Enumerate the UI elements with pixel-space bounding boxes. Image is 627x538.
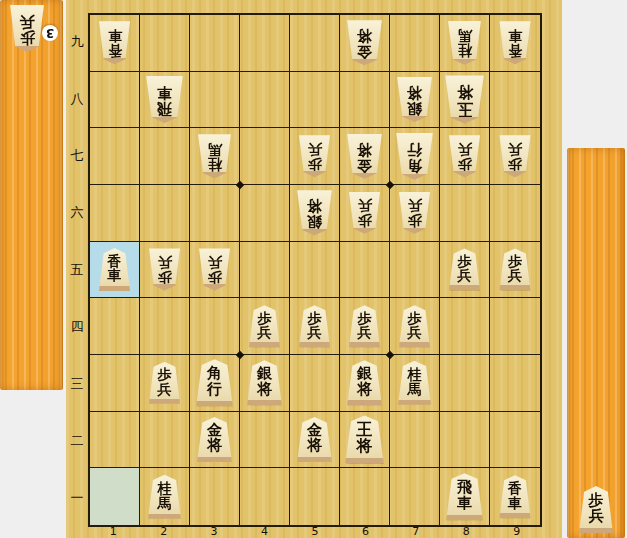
piece-kanji: 歩兵	[408, 311, 422, 340]
piece-base-edge	[398, 342, 431, 347]
board: 九八七六五四三二一 123456789 香車金将桂馬香車飛車銀将玉将桂馬歩兵金将…	[66, 0, 562, 538]
piece-kanji: 桂馬	[458, 29, 472, 58]
piece-base-edge	[499, 513, 532, 518]
square-3一[interactable]	[190, 468, 240, 525]
square-8九[interactable]: 桂馬	[440, 15, 490, 72]
square-4四[interactable]: 歩兵	[240, 298, 290, 355]
square-8四[interactable]	[440, 298, 490, 355]
piece-kanji: 銀将	[307, 198, 322, 229]
opponent-hand-stand: 3 歩兵	[0, 0, 63, 390]
square-4九[interactable]	[240, 15, 290, 72]
rank-label: 九	[66, 13, 88, 70]
piece-base-edge	[298, 171, 331, 177]
piece-lance[interactable]: 香車	[98, 248, 131, 291]
piece-base-edge	[196, 457, 233, 462]
piece-gold-opponent[interactable]: 金将	[346, 134, 383, 179]
square-3七[interactable]: 桂馬	[190, 128, 240, 185]
square-7七[interactable]: 角行	[390, 128, 440, 185]
piece-knight-opponent[interactable]: 桂馬	[447, 21, 482, 65]
rank-label: 八	[66, 70, 88, 127]
square-2二[interactable]	[140, 412, 190, 469]
piece-silver-opponent[interactable]: 銀将	[296, 190, 333, 235]
square-7九[interactable]	[390, 15, 440, 72]
square-2四[interactable]	[140, 298, 190, 355]
square-1三[interactable]	[90, 355, 140, 412]
piece-gold-opponent[interactable]: 金将	[346, 20, 383, 65]
piece-kanji: 金将	[307, 423, 322, 454]
square-9一[interactable]: 香車	[490, 468, 540, 525]
piece-base-edge	[348, 342, 381, 347]
piece-pawn[interactable]: 歩兵	[248, 305, 281, 347]
square-5四[interactable]: 歩兵	[290, 298, 340, 355]
square-9八[interactable]	[490, 72, 540, 129]
piece-base-edge	[298, 342, 331, 347]
piece-kanji: 香車	[508, 29, 522, 58]
square-8八[interactable]: 玉将	[440, 72, 490, 129]
square-1二[interactable]	[90, 412, 140, 469]
piece-base-edge	[248, 342, 281, 347]
square-7二[interactable]	[390, 412, 440, 469]
square-6五[interactable]	[340, 242, 390, 299]
piece-base-edge	[148, 284, 181, 290]
piece-pawn[interactable]: 歩兵	[148, 362, 181, 404]
piece-base-edge	[98, 286, 131, 291]
piece-kanji: 金将	[207, 423, 222, 454]
piece-base-edge	[445, 515, 484, 520]
piece-rook[interactable]: 飛車	[445, 473, 484, 520]
square-8五[interactable]: 歩兵	[440, 242, 490, 299]
square-8七[interactable]: 歩兵	[440, 128, 490, 185]
piece-base-edge	[346, 400, 383, 405]
piece-kanji: 飛車	[157, 85, 172, 116]
square-2六[interactable]	[140, 185, 190, 242]
piece-knight[interactable]: 桂馬	[147, 475, 182, 519]
rank-label: 一	[66, 470, 88, 527]
piece-kanji: 歩兵	[158, 367, 172, 396]
piece-silver[interactable]: 銀将	[246, 360, 283, 405]
rank-label: 七	[66, 127, 88, 184]
square-5二[interactable]: 金将	[290, 412, 340, 469]
piece-lance-opponent[interactable]: 香車	[98, 21, 131, 64]
square-2八[interactable]: 飛車	[140, 72, 190, 129]
piece-gold[interactable]: 金将	[196, 417, 233, 462]
square-3八[interactable]	[190, 72, 240, 129]
square-6四[interactable]: 歩兵	[340, 298, 390, 355]
piece-pawn[interactable]: 歩兵	[398, 305, 431, 347]
square-3九[interactable]	[190, 15, 240, 72]
piece-base-edge	[499, 58, 532, 64]
square-8三[interactable]	[440, 355, 490, 412]
square-1七[interactable]	[90, 128, 140, 185]
square-3六[interactable]	[190, 185, 240, 242]
file-label: 4	[239, 526, 289, 538]
piece-pawn-opponent[interactable]: 歩兵	[448, 135, 481, 177]
rank-label: 五	[66, 241, 88, 298]
file-label: 6	[340, 526, 390, 538]
square-4六[interactable]	[240, 185, 290, 242]
square-9五[interactable]: 歩兵	[490, 242, 540, 299]
piece-knight-opponent[interactable]: 桂馬	[197, 134, 232, 178]
piece-kanji: 歩兵	[508, 254, 522, 283]
file-labels: 123456789	[88, 526, 542, 538]
square-6七[interactable]: 金将	[340, 128, 390, 185]
piece-kanji: 玉将	[457, 84, 473, 117]
player-hand-stand: 歩兵	[567, 148, 625, 538]
piece-base-edge	[448, 285, 481, 290]
piece-base-edge	[198, 284, 231, 290]
piece-silver[interactable]: 銀将	[346, 360, 383, 405]
square-3四[interactable]	[190, 298, 240, 355]
piece-lance-opponent[interactable]: 香車	[499, 21, 532, 64]
piece-base-edge	[98, 58, 131, 64]
square-2九[interactable]	[140, 15, 190, 72]
square-2五[interactable]: 歩兵	[140, 242, 190, 299]
square-3二[interactable]: 金将	[190, 412, 240, 469]
rank-labels: 九八七六五四三二一	[66, 13, 88, 527]
piece-pawn[interactable]: 歩兵	[448, 248, 481, 290]
square-3五[interactable]: 歩兵	[190, 242, 240, 299]
board-grid: 香車金将桂馬香車飛車銀将玉将桂馬歩兵金将角行歩兵歩兵銀将歩兵歩兵香車歩兵歩兵歩兵…	[88, 13, 542, 527]
piece-lance[interactable]: 香車	[499, 475, 532, 518]
piece-base-edge	[578, 528, 614, 533]
piece-kanji: 金将	[357, 28, 372, 59]
square-7六[interactable]: 歩兵	[390, 185, 440, 242]
piece-kanji: 銀将	[257, 366, 272, 397]
piece-kanji: 歩兵	[358, 311, 372, 340]
piece-pawn[interactable]: 歩兵	[578, 486, 614, 533]
square-5八[interactable]	[290, 72, 340, 129]
piece-base-edge	[197, 172, 232, 178]
piece-pawn[interactable]: 歩兵	[499, 248, 532, 290]
piece-base-edge	[396, 116, 433, 122]
piece-base-edge	[145, 117, 184, 123]
piece-kanji: 歩兵	[208, 256, 222, 285]
piece-base-edge	[148, 399, 181, 404]
square-7三[interactable]: 桂馬	[390, 355, 440, 412]
file-label: 3	[189, 526, 239, 538]
piece-pawn-opponent[interactable]: 歩兵	[9, 5, 45, 52]
piece-base-edge	[395, 174, 434, 180]
file-label: 2	[138, 526, 188, 538]
piece-base-edge	[499, 171, 532, 177]
square-9二[interactable]	[490, 412, 540, 469]
piece-kanji: 歩兵	[458, 254, 472, 283]
file-label: 8	[441, 526, 491, 538]
piece-kanji: 銀将	[407, 85, 422, 116]
piece-base-edge	[9, 46, 45, 52]
piece-kanji: 角行	[207, 366, 222, 397]
piece-kanji: 香車	[508, 481, 522, 510]
piece-knight[interactable]: 桂馬	[397, 361, 432, 405]
piece-kanji: 歩兵	[20, 14, 35, 45]
shogi-app: 3 歩兵 九八七六五四三二一 123456789 香車金将桂馬香車飛車銀将玉将桂…	[0, 0, 627, 538]
square-4七[interactable]	[240, 128, 290, 185]
square-9三[interactable]	[490, 355, 540, 412]
square-5五[interactable]	[290, 242, 340, 299]
rank-label: 三	[66, 356, 88, 413]
piece-kanji: 金将	[357, 142, 372, 173]
piece-base-edge	[499, 285, 532, 290]
piece-kanji: 香車	[108, 29, 122, 58]
piece-kanji: 桂馬	[158, 481, 172, 510]
piece-gold[interactable]: 金将	[296, 417, 333, 462]
rank-label: 二	[66, 413, 88, 470]
piece-pawn-opponent[interactable]: 歩兵	[398, 192, 431, 234]
piece-kanji: 香車	[108, 254, 122, 283]
square-6八[interactable]	[340, 72, 390, 129]
square-4五[interactable]	[240, 242, 290, 299]
piece-pawn[interactable]: 歩兵	[348, 305, 381, 347]
piece-base-edge	[346, 173, 383, 179]
square-1四[interactable]	[90, 298, 140, 355]
square-1八[interactable]	[90, 72, 140, 129]
piece-base-edge	[444, 117, 485, 123]
piece-kanji: 歩兵	[589, 493, 604, 524]
piece-kanji: 飛車	[457, 480, 472, 511]
piece-bishop-opponent[interactable]: 角行	[395, 133, 434, 180]
rank-label: 四	[66, 299, 88, 356]
square-6一[interactable]	[340, 468, 390, 525]
square-9四[interactable]	[490, 298, 540, 355]
square-8一[interactable]: 飛車	[440, 468, 490, 525]
piece-kanji: 角行	[407, 142, 422, 173]
square-1六[interactable]	[90, 185, 140, 242]
piece-kanji: 歩兵	[308, 311, 322, 340]
square-5三[interactable]	[290, 355, 340, 412]
square-9九[interactable]: 香車	[490, 15, 540, 72]
file-label: 7	[391, 526, 441, 538]
square-2一[interactable]: 桂馬	[140, 468, 190, 525]
piece-kanji: 歩兵	[408, 199, 422, 228]
file-label: 5	[290, 526, 340, 538]
hand-count-badge: 3	[42, 25, 58, 41]
square-5六[interactable]: 銀将	[290, 185, 340, 242]
piece-kanji: 歩兵	[358, 199, 372, 228]
square-6九[interactable]: 金将	[340, 15, 390, 72]
square-5一[interactable]	[290, 468, 340, 525]
square-5九[interactable]	[290, 15, 340, 72]
square-4一[interactable]	[240, 468, 290, 525]
piece-kanji: 歩兵	[258, 311, 272, 340]
square-6六[interactable]: 歩兵	[340, 185, 390, 242]
piece-pawn-opponent[interactable]: 歩兵	[348, 192, 381, 234]
square-4三[interactable]: 銀将	[240, 355, 290, 412]
piece-base-edge	[448, 171, 481, 177]
piece-king[interactable]: 王将	[344, 415, 385, 463]
piece-base-edge	[348, 228, 381, 234]
piece-base-edge	[447, 59, 482, 65]
piece-base-edge	[147, 514, 182, 519]
rank-label: 六	[66, 184, 88, 241]
piece-pawn-opponent[interactable]: 歩兵	[148, 248, 181, 290]
square-2七[interactable]	[140, 128, 190, 185]
piece-base-edge	[346, 59, 383, 65]
piece-kanji: 王将	[357, 422, 373, 455]
piece-kanji: 歩兵	[508, 143, 522, 172]
piece-kanji: 桂馬	[208, 143, 222, 172]
square-1一[interactable]	[90, 468, 140, 525]
file-label: 9	[492, 526, 542, 538]
piece-pawn-opponent[interactable]: 歩兵	[499, 135, 532, 177]
file-label: 1	[88, 526, 138, 538]
piece-base-edge	[246, 400, 283, 405]
square-2三[interactable]: 歩兵	[140, 355, 190, 412]
piece-rook-opponent[interactable]: 飛車	[145, 76, 184, 123]
piece-base-edge	[344, 458, 385, 463]
square-8二[interactable]	[440, 412, 490, 469]
square-9六[interactable]	[490, 185, 540, 242]
piece-pawn-opponent[interactable]: 歩兵	[298, 135, 331, 177]
piece-base-edge	[195, 401, 234, 406]
square-6二[interactable]: 王将	[340, 412, 390, 469]
square-7四[interactable]: 歩兵	[390, 298, 440, 355]
piece-base-edge	[398, 228, 431, 234]
piece-jeweled-king-opponent[interactable]: 玉将	[444, 75, 485, 123]
square-8六[interactable]	[440, 185, 490, 242]
piece-kanji: 歩兵	[458, 143, 472, 172]
piece-kanji: 歩兵	[158, 256, 172, 285]
piece-kanji: 桂馬	[408, 367, 422, 396]
piece-silver-opponent[interactable]: 銀将	[396, 77, 433, 122]
square-1九[interactable]: 香車	[90, 15, 140, 72]
piece-kanji: 銀将	[357, 366, 372, 397]
piece-base-edge	[397, 400, 432, 405]
square-4二[interactable]	[240, 412, 290, 469]
piece-base-edge	[296, 457, 333, 462]
square-7一[interactable]	[390, 468, 440, 525]
piece-pawn-opponent[interactable]: 歩兵	[198, 248, 231, 290]
square-9七[interactable]: 歩兵	[490, 128, 540, 185]
piece-kanji: 歩兵	[308, 143, 322, 172]
square-1五[interactable]: 香車	[90, 242, 140, 299]
piece-base-edge	[296, 229, 333, 235]
piece-bishop[interactable]: 角行	[195, 359, 234, 406]
square-7八[interactable]: 銀将	[390, 72, 440, 129]
square-5七[interactable]: 歩兵	[290, 128, 340, 185]
square-3三[interactable]: 角行	[190, 355, 240, 412]
square-4八[interactable]	[240, 72, 290, 129]
square-6三[interactable]: 銀将	[340, 355, 390, 412]
piece-pawn[interactable]: 歩兵	[298, 305, 331, 347]
square-7五[interactable]	[390, 242, 440, 299]
